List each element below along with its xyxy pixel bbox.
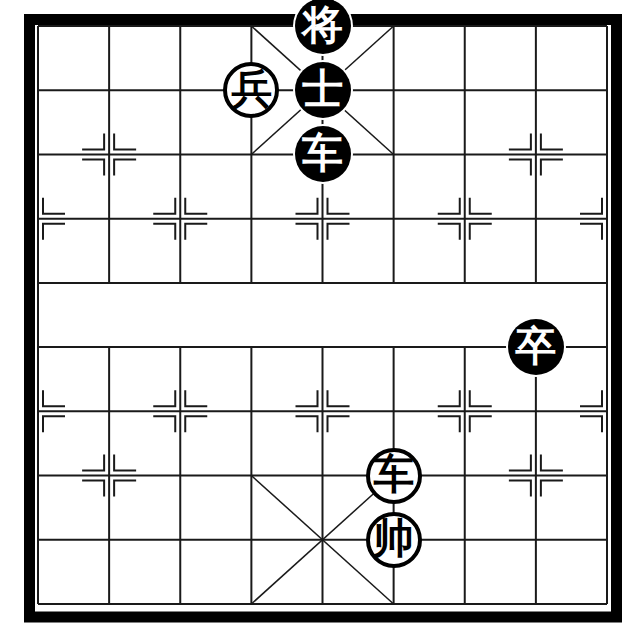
piece-disc-black[interactable]: 车 [295,126,351,182]
piece-black-general[interactable]: 将 [287,0,358,58]
piece-glyph: 将 [302,5,343,46]
piece-disc-red[interactable]: 兵 [223,62,279,118]
piece-glyph: 士 [302,69,343,110]
piece-disc-black[interactable]: 卒 [508,319,564,375]
piece-disc-red[interactable]: 车 [366,448,422,504]
piece-disc-black[interactable]: 士 [295,62,351,118]
piece-disc-red[interactable]: 帅 [366,512,422,568]
piece-glyph: 兵 [231,69,272,110]
piece-black-advisor[interactable]: 士 [287,58,358,122]
piece-glyph: 车 [373,454,414,495]
piece-glyph: 帅 [373,518,414,559]
piece-red-soldier[interactable]: 兵 [216,58,287,122]
xiangqi-board: 将兵士车卒车帅 [0,0,640,640]
pieces-layer: 将兵士车卒车帅 [2,0,640,636]
piece-glyph: 车 [302,133,343,174]
piece-red-chariot[interactable]: 车 [358,443,429,507]
piece-red-general[interactable]: 帅 [358,508,429,572]
piece-glyph: 卒 [515,326,556,367]
piece-black-chariot[interactable]: 车 [287,122,358,186]
piece-black-soldier[interactable]: 卒 [500,315,571,379]
piece-disc-black[interactable]: 将 [295,0,351,54]
